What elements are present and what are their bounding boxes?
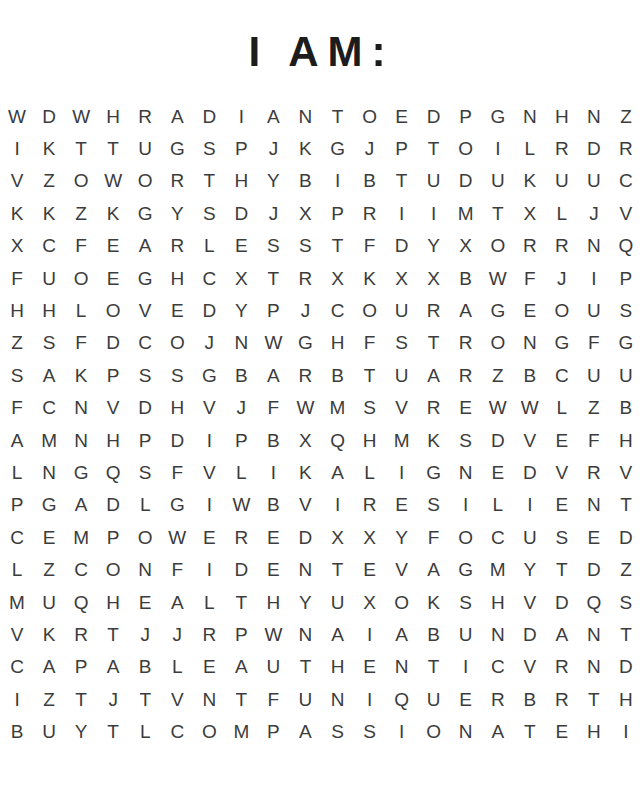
grid-cell[interactable]: C bbox=[482, 521, 514, 553]
grid-cell[interactable]: G bbox=[161, 132, 193, 164]
grid-cell[interactable]: O bbox=[129, 165, 161, 197]
grid-cell[interactable]: O bbox=[129, 521, 161, 553]
grid-cell[interactable]: W bbox=[225, 489, 257, 521]
grid-cell[interactable]: L bbox=[546, 392, 578, 424]
grid-cell[interactable]: A bbox=[257, 100, 289, 132]
grid-cell[interactable]: O bbox=[450, 521, 482, 553]
grid-cell[interactable]: D bbox=[610, 521, 642, 553]
grid-cell[interactable]: K bbox=[514, 165, 546, 197]
grid-cell[interactable]: B bbox=[514, 359, 546, 391]
grid-cell[interactable]: U bbox=[610, 359, 642, 391]
grid-cell[interactable]: P bbox=[257, 716, 289, 748]
grid-cell[interactable]: W bbox=[257, 618, 289, 650]
grid-cell[interactable]: H bbox=[354, 424, 386, 456]
grid-cell[interactable]: R bbox=[546, 651, 578, 683]
grid-cell[interactable]: V bbox=[193, 456, 225, 488]
grid-cell[interactable]: L bbox=[129, 716, 161, 748]
grid-cell[interactable]: O bbox=[546, 294, 578, 326]
grid-cell[interactable]: T bbox=[546, 554, 578, 586]
grid-cell[interactable]: V bbox=[193, 392, 225, 424]
grid-cell[interactable]: U bbox=[450, 618, 482, 650]
grid-cell[interactable]: T bbox=[289, 651, 321, 683]
grid-cell[interactable]: T bbox=[225, 683, 257, 715]
grid-cell[interactable]: A bbox=[65, 489, 97, 521]
grid-cell[interactable]: T bbox=[610, 489, 642, 521]
grid-cell[interactable]: F bbox=[1, 262, 33, 294]
grid-cell[interactable]: J bbox=[546, 262, 578, 294]
grid-cell[interactable]: Y bbox=[289, 586, 321, 618]
grid-cell[interactable]: L bbox=[193, 230, 225, 262]
grid-cell[interactable]: E bbox=[354, 651, 386, 683]
grid-cell[interactable]: D bbox=[578, 554, 610, 586]
grid-cell[interactable]: A bbox=[161, 100, 193, 132]
grid-cell[interactable]: I bbox=[1, 683, 33, 715]
grid-cell[interactable]: V bbox=[546, 456, 578, 488]
grid-cell[interactable]: W bbox=[257, 327, 289, 359]
grid-cell[interactable]: I bbox=[193, 554, 225, 586]
grid-cell[interactable]: P bbox=[225, 618, 257, 650]
grid-cell[interactable]: E bbox=[33, 521, 65, 553]
grid-cell[interactable]: T bbox=[129, 683, 161, 715]
grid-cell[interactable]: L bbox=[514, 132, 546, 164]
grid-cell[interactable]: A bbox=[289, 716, 321, 748]
grid-cell[interactable]: V bbox=[386, 392, 418, 424]
grid-cell[interactable]: P bbox=[321, 197, 353, 229]
grid-cell[interactable]: V bbox=[514, 424, 546, 456]
grid-cell[interactable]: M bbox=[386, 424, 418, 456]
grid-cell[interactable]: Z bbox=[33, 554, 65, 586]
grid-cell[interactable]: R bbox=[610, 132, 642, 164]
grid-cell[interactable]: Y bbox=[418, 230, 450, 262]
grid-cell[interactable]: H bbox=[321, 327, 353, 359]
grid-cell[interactable]: I bbox=[418, 197, 450, 229]
grid-cell[interactable]: K bbox=[1, 197, 33, 229]
grid-cell[interactable]: R bbox=[129, 100, 161, 132]
grid-cell[interactable]: R bbox=[546, 683, 578, 715]
grid-cell[interactable]: N bbox=[193, 683, 225, 715]
grid-cell[interactable]: G bbox=[289, 327, 321, 359]
grid-cell[interactable]: U bbox=[578, 359, 610, 391]
grid-cell[interactable]: A bbox=[321, 618, 353, 650]
grid-cell[interactable]: H bbox=[97, 586, 129, 618]
grid-cell[interactable]: S bbox=[289, 230, 321, 262]
grid-cell[interactable]: W bbox=[1, 100, 33, 132]
grid-cell[interactable]: K bbox=[65, 359, 97, 391]
grid-cell[interactable]: G bbox=[482, 100, 514, 132]
grid-cell[interactable]: A bbox=[33, 651, 65, 683]
grid-cell[interactable]: D bbox=[97, 327, 129, 359]
grid-cell[interactable]: N bbox=[482, 618, 514, 650]
grid-cell[interactable]: Y bbox=[65, 716, 97, 748]
grid-cell[interactable]: H bbox=[257, 586, 289, 618]
grid-cell[interactable]: I bbox=[257, 456, 289, 488]
grid-cell[interactable]: Y bbox=[225, 294, 257, 326]
grid-cell[interactable]: U bbox=[33, 586, 65, 618]
grid-cell[interactable]: X bbox=[450, 230, 482, 262]
grid-cell[interactable]: D bbox=[225, 197, 257, 229]
grid-cell[interactable]: J bbox=[578, 197, 610, 229]
grid-cell[interactable]: R bbox=[289, 359, 321, 391]
grid-cell[interactable]: H bbox=[97, 100, 129, 132]
grid-cell[interactable]: N bbox=[514, 327, 546, 359]
grid-cell[interactable]: P bbox=[610, 262, 642, 294]
grid-cell[interactable]: C bbox=[482, 651, 514, 683]
grid-cell[interactable]: U bbox=[129, 132, 161, 164]
grid-cell[interactable]: G bbox=[546, 327, 578, 359]
grid-cell[interactable]: C bbox=[33, 230, 65, 262]
grid-cell[interactable]: N bbox=[65, 392, 97, 424]
grid-cell[interactable]: N bbox=[289, 554, 321, 586]
grid-cell[interactable]: S bbox=[321, 716, 353, 748]
grid-cell[interactable]: P bbox=[97, 359, 129, 391]
grid-cell[interactable]: S bbox=[610, 294, 642, 326]
grid-cell[interactable]: D bbox=[514, 618, 546, 650]
grid-cell[interactable]: P bbox=[1, 489, 33, 521]
grid-cell[interactable]: T bbox=[610, 618, 642, 650]
grid-cell[interactable]: H bbox=[610, 683, 642, 715]
grid-cell[interactable]: X bbox=[354, 586, 386, 618]
grid-cell[interactable]: C bbox=[33, 392, 65, 424]
grid-cell[interactable]: Y bbox=[514, 554, 546, 586]
grid-cell[interactable]: U bbox=[482, 165, 514, 197]
grid-cell[interactable]: J bbox=[97, 683, 129, 715]
grid-cell[interactable]: G bbox=[193, 359, 225, 391]
grid-cell[interactable]: F bbox=[354, 327, 386, 359]
grid-cell[interactable]: H bbox=[321, 651, 353, 683]
grid-cell[interactable]: V bbox=[129, 294, 161, 326]
grid-cell[interactable]: H bbox=[578, 716, 610, 748]
grid-cell[interactable]: H bbox=[610, 424, 642, 456]
grid-cell[interactable]: J bbox=[257, 132, 289, 164]
grid-cell[interactable]: D bbox=[386, 230, 418, 262]
grid-cell[interactable]: M bbox=[1, 586, 33, 618]
grid-cell[interactable]: D bbox=[610, 651, 642, 683]
grid-cell[interactable]: Q bbox=[610, 230, 642, 262]
grid-cell[interactable]: G bbox=[450, 554, 482, 586]
grid-cell[interactable]: I bbox=[514, 489, 546, 521]
grid-cell[interactable]: U bbox=[578, 294, 610, 326]
grid-cell[interactable]: A bbox=[257, 359, 289, 391]
grid-cell[interactable]: X bbox=[386, 262, 418, 294]
grid-cell[interactable]: C bbox=[193, 262, 225, 294]
grid-cell[interactable]: W bbox=[514, 392, 546, 424]
grid-cell[interactable]: K bbox=[289, 132, 321, 164]
grid-cell[interactable]: T bbox=[97, 132, 129, 164]
grid-cell[interactable]: R bbox=[65, 618, 97, 650]
grid-cell[interactable]: L bbox=[65, 294, 97, 326]
grid-cell[interactable]: F bbox=[354, 230, 386, 262]
grid-cell[interactable]: N bbox=[321, 683, 353, 715]
grid-cell[interactable]: K bbox=[33, 197, 65, 229]
grid-cell[interactable]: R bbox=[578, 456, 610, 488]
grid-cell[interactable]: L bbox=[193, 586, 225, 618]
grid-cell[interactable]: G bbox=[129, 262, 161, 294]
grid-cell[interactable]: W bbox=[289, 392, 321, 424]
grid-cell[interactable]: D bbox=[129, 392, 161, 424]
grid-cell[interactable]: D bbox=[514, 456, 546, 488]
grid-cell[interactable]: N bbox=[514, 100, 546, 132]
grid-cell[interactable]: D bbox=[193, 294, 225, 326]
grid-cell[interactable]: S bbox=[450, 586, 482, 618]
grid-cell[interactable]: V bbox=[386, 554, 418, 586]
grid-cell[interactable]: X bbox=[514, 197, 546, 229]
grid-cell[interactable]: A bbox=[546, 618, 578, 650]
grid-cell[interactable]: E bbox=[225, 230, 257, 262]
grid-cell[interactable]: E bbox=[546, 489, 578, 521]
grid-cell[interactable]: Y bbox=[161, 197, 193, 229]
grid-cell[interactable]: W bbox=[97, 165, 129, 197]
grid-cell[interactable]: H bbox=[225, 165, 257, 197]
grid-cell[interactable]: M bbox=[321, 392, 353, 424]
grid-cell[interactable]: U bbox=[546, 165, 578, 197]
grid-cell[interactable]: I bbox=[450, 651, 482, 683]
grid-cell[interactable]: K bbox=[418, 586, 450, 618]
grid-cell[interactable]: A bbox=[161, 586, 193, 618]
grid-cell[interactable]: Q bbox=[578, 586, 610, 618]
grid-cell[interactable]: S bbox=[450, 424, 482, 456]
grid-cell[interactable]: F bbox=[578, 424, 610, 456]
grid-cell[interactable]: J bbox=[193, 327, 225, 359]
grid-cell[interactable]: N bbox=[578, 230, 610, 262]
grid-cell[interactable]: T bbox=[225, 586, 257, 618]
grid-cell[interactable]: F bbox=[257, 392, 289, 424]
grid-cell[interactable]: E bbox=[546, 716, 578, 748]
grid-cell[interactable]: X bbox=[321, 262, 353, 294]
grid-cell[interactable]: E bbox=[193, 651, 225, 683]
grid-cell[interactable]: O bbox=[65, 262, 97, 294]
grid-cell[interactable]: E bbox=[97, 230, 129, 262]
grid-cell[interactable]: D bbox=[225, 554, 257, 586]
grid-cell[interactable]: B bbox=[321, 359, 353, 391]
grid-cell[interactable]: U bbox=[514, 521, 546, 553]
grid-cell[interactable]: E bbox=[450, 392, 482, 424]
grid-cell[interactable]: W bbox=[482, 392, 514, 424]
grid-cell[interactable]: J bbox=[354, 132, 386, 164]
grid-cell[interactable]: U bbox=[33, 262, 65, 294]
grid-cell[interactable]: I bbox=[321, 489, 353, 521]
grid-cell[interactable]: E bbox=[386, 489, 418, 521]
grid-cell[interactable]: S bbox=[386, 327, 418, 359]
grid-cell[interactable]: V bbox=[1, 165, 33, 197]
grid-cell[interactable]: T bbox=[65, 132, 97, 164]
grid-cell[interactable]: J bbox=[161, 618, 193, 650]
grid-cell[interactable]: F bbox=[418, 521, 450, 553]
grid-cell[interactable]: O bbox=[450, 132, 482, 164]
grid-cell[interactable]: O bbox=[97, 294, 129, 326]
grid-cell[interactable]: F bbox=[1, 392, 33, 424]
grid-cell[interactable]: N bbox=[225, 327, 257, 359]
grid-cell[interactable]: H bbox=[161, 392, 193, 424]
grid-cell[interactable]: A bbox=[33, 359, 65, 391]
grid-cell[interactable]: R bbox=[354, 197, 386, 229]
grid-cell[interactable]: O bbox=[418, 716, 450, 748]
grid-cell[interactable]: Z bbox=[65, 197, 97, 229]
grid-cell[interactable]: E bbox=[354, 554, 386, 586]
grid-cell[interactable]: M bbox=[450, 197, 482, 229]
grid-cell[interactable]: R bbox=[482, 683, 514, 715]
grid-cell[interactable]: N bbox=[33, 456, 65, 488]
grid-cell[interactable]: B bbox=[514, 683, 546, 715]
grid-cell[interactable]: V bbox=[514, 651, 546, 683]
grid-cell[interactable]: N bbox=[289, 100, 321, 132]
grid-cell[interactable]: L bbox=[1, 456, 33, 488]
grid-cell[interactable]: E bbox=[193, 521, 225, 553]
grid-cell[interactable]: T bbox=[418, 651, 450, 683]
grid-cell[interactable]: O bbox=[193, 716, 225, 748]
grid-cell[interactable]: R bbox=[546, 132, 578, 164]
grid-cell[interactable]: Q bbox=[386, 683, 418, 715]
grid-cell[interactable]: W bbox=[161, 521, 193, 553]
grid-cell[interactable]: P bbox=[257, 294, 289, 326]
grid-cell[interactable]: I bbox=[193, 489, 225, 521]
grid-cell[interactable]: A bbox=[129, 230, 161, 262]
grid-cell[interactable]: A bbox=[450, 294, 482, 326]
grid-cell[interactable]: D bbox=[482, 424, 514, 456]
grid-cell[interactable]: X bbox=[321, 521, 353, 553]
grid-cell[interactable]: O bbox=[354, 294, 386, 326]
grid-cell[interactable]: Z bbox=[610, 100, 642, 132]
grid-cell[interactable]: L bbox=[354, 456, 386, 488]
grid-cell[interactable]: S bbox=[418, 489, 450, 521]
grid-cell[interactable]: C bbox=[1, 651, 33, 683]
grid-cell[interactable]: S bbox=[546, 521, 578, 553]
grid-cell[interactable]: S bbox=[129, 359, 161, 391]
grid-cell[interactable]: N bbox=[578, 489, 610, 521]
grid-cell[interactable]: T bbox=[578, 683, 610, 715]
grid-cell[interactable]: F bbox=[65, 327, 97, 359]
grid-cell[interactable]: H bbox=[1, 294, 33, 326]
grid-cell[interactable]: C bbox=[321, 294, 353, 326]
grid-cell[interactable]: A bbox=[418, 359, 450, 391]
grid-cell[interactable]: X bbox=[418, 262, 450, 294]
grid-cell[interactable]: A bbox=[1, 424, 33, 456]
grid-cell[interactable]: X bbox=[225, 262, 257, 294]
grid-cell[interactable]: U bbox=[386, 359, 418, 391]
grid-cell[interactable]: D bbox=[546, 586, 578, 618]
grid-cell[interactable]: Z bbox=[1, 327, 33, 359]
grid-cell[interactable]: V bbox=[97, 392, 129, 424]
grid-cell[interactable]: A bbox=[386, 618, 418, 650]
grid-cell[interactable]: Z bbox=[33, 683, 65, 715]
grid-cell[interactable]: T bbox=[418, 327, 450, 359]
grid-cell[interactable]: S bbox=[610, 586, 642, 618]
grid-cell[interactable]: E bbox=[161, 294, 193, 326]
grid-cell[interactable]: E bbox=[482, 456, 514, 488]
grid-cell[interactable]: K bbox=[97, 197, 129, 229]
grid-cell[interactable]: I bbox=[321, 165, 353, 197]
grid-cell[interactable]: Q bbox=[97, 456, 129, 488]
grid-cell[interactable]: D bbox=[418, 100, 450, 132]
grid-cell[interactable]: S bbox=[354, 716, 386, 748]
grid-cell[interactable]: U bbox=[33, 716, 65, 748]
grid-cell[interactable]: C bbox=[161, 716, 193, 748]
grid-cell[interactable]: R bbox=[289, 262, 321, 294]
grid-cell[interactable]: R bbox=[193, 618, 225, 650]
grid-cell[interactable]: T bbox=[482, 197, 514, 229]
grid-cell[interactable]: S bbox=[129, 456, 161, 488]
grid-cell[interactable]: D bbox=[289, 521, 321, 553]
grid-cell[interactable]: X bbox=[289, 197, 321, 229]
grid-cell[interactable]: I bbox=[193, 424, 225, 456]
grid-cell[interactable]: T bbox=[354, 359, 386, 391]
grid-cell[interactable]: P bbox=[225, 132, 257, 164]
grid-cell[interactable]: U bbox=[418, 683, 450, 715]
grid-cell[interactable]: S bbox=[193, 197, 225, 229]
grid-cell[interactable]: Z bbox=[578, 392, 610, 424]
grid-cell[interactable]: H bbox=[97, 424, 129, 456]
grid-cell[interactable]: G bbox=[321, 132, 353, 164]
grid-cell[interactable]: S bbox=[33, 327, 65, 359]
grid-cell[interactable]: P bbox=[386, 132, 418, 164]
grid-cell[interactable]: I bbox=[386, 197, 418, 229]
grid-cell[interactable]: R bbox=[418, 392, 450, 424]
grid-cell[interactable]: Z bbox=[482, 359, 514, 391]
grid-cell[interactable]: O bbox=[482, 230, 514, 262]
grid-cell[interactable]: A bbox=[97, 651, 129, 683]
grid-cell[interactable]: F bbox=[578, 327, 610, 359]
grid-cell[interactable]: I bbox=[578, 262, 610, 294]
grid-cell[interactable]: U bbox=[418, 165, 450, 197]
grid-cell[interactable]: H bbox=[482, 586, 514, 618]
grid-cell[interactable]: P bbox=[450, 100, 482, 132]
grid-cell[interactable]: A bbox=[225, 651, 257, 683]
grid-cell[interactable]: V bbox=[514, 586, 546, 618]
grid-cell[interactable]: K bbox=[418, 424, 450, 456]
grid-cell[interactable]: B bbox=[129, 651, 161, 683]
grid-cell[interactable]: T bbox=[65, 683, 97, 715]
grid-cell[interactable]: X bbox=[289, 424, 321, 456]
grid-cell[interactable]: E bbox=[97, 262, 129, 294]
grid-cell[interactable]: F bbox=[161, 456, 193, 488]
grid-cell[interactable]: Z bbox=[33, 165, 65, 197]
grid-cell[interactable]: W bbox=[482, 262, 514, 294]
grid-cell[interactable]: B bbox=[225, 359, 257, 391]
grid-cell[interactable]: T bbox=[257, 262, 289, 294]
grid-cell[interactable]: N bbox=[450, 456, 482, 488]
grid-cell[interactable]: S bbox=[354, 392, 386, 424]
grid-cell[interactable]: N bbox=[65, 424, 97, 456]
grid-cell[interactable]: A bbox=[482, 716, 514, 748]
grid-cell[interactable]: M bbox=[482, 554, 514, 586]
grid-cell[interactable]: S bbox=[161, 359, 193, 391]
grid-cell[interactable]: B bbox=[257, 489, 289, 521]
grid-cell[interactable]: J bbox=[257, 197, 289, 229]
grid-cell[interactable]: C bbox=[1, 521, 33, 553]
grid-cell[interactable]: S bbox=[257, 230, 289, 262]
grid-cell[interactable]: I bbox=[1, 132, 33, 164]
grid-cell[interactable]: X bbox=[354, 521, 386, 553]
grid-cell[interactable]: P bbox=[129, 424, 161, 456]
grid-cell[interactable]: N bbox=[450, 716, 482, 748]
grid-cell[interactable]: O bbox=[97, 554, 129, 586]
grid-cell[interactable]: P bbox=[225, 424, 257, 456]
grid-cell[interactable]: B bbox=[257, 424, 289, 456]
grid-cell[interactable]: L bbox=[546, 197, 578, 229]
grid-cell[interactable]: G bbox=[610, 327, 642, 359]
grid-cell[interactable]: N bbox=[578, 100, 610, 132]
grid-cell[interactable]: D bbox=[193, 100, 225, 132]
grid-cell[interactable]: E bbox=[129, 586, 161, 618]
grid-cell[interactable]: O bbox=[386, 586, 418, 618]
grid-cell[interactable]: J bbox=[225, 392, 257, 424]
grid-cell[interactable]: N bbox=[578, 618, 610, 650]
grid-cell[interactable]: K bbox=[354, 262, 386, 294]
grid-cell[interactable]: C bbox=[65, 554, 97, 586]
grid-cell[interactable]: G bbox=[65, 456, 97, 488]
grid-cell[interactable]: I bbox=[386, 716, 418, 748]
grid-cell[interactable]: M bbox=[225, 716, 257, 748]
grid-cell[interactable]: T bbox=[514, 716, 546, 748]
